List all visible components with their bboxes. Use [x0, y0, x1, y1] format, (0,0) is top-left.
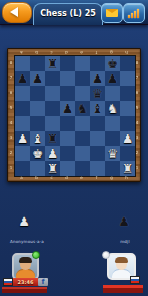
white-pawn[interactable]: ♟	[120, 131, 135, 146]
square-a1[interactable]	[15, 161, 30, 176]
white-bishop[interactable]: ♝	[30, 131, 45, 146]
square-h7[interactable]	[120, 71, 135, 86]
captured-tray-white: ♟	[14, 212, 34, 232]
square-e1[interactable]	[75, 161, 90, 176]
rank-label-7: 7	[8, 70, 14, 85]
rank-labels-left: 87654321	[8, 55, 14, 175]
square-a6[interactable]	[15, 86, 30, 101]
right-player-name: mdjl	[112, 239, 138, 244]
rank-label-5: 5	[8, 100, 14, 115]
square-h4[interactable]	[120, 116, 135, 131]
square-b3[interactable]: ♝	[30, 131, 45, 146]
square-c1[interactable]: ♜	[45, 161, 60, 176]
square-h6[interactable]	[120, 86, 135, 101]
black-pawn[interactable]: ♟	[105, 71, 120, 86]
square-c2[interactable]: ♟	[45, 146, 60, 161]
square-g2[interactable]: ♛	[105, 146, 120, 161]
bar-chart-icon	[128, 9, 139, 18]
captured-black-pawn: ♟	[114, 212, 134, 232]
rank-label-3: 3	[8, 130, 14, 145]
square-d2[interactable]	[60, 146, 75, 161]
black-pawn[interactable]: ♟	[15, 71, 30, 86]
rank-label-4: 4	[8, 115, 14, 130]
black-rook[interactable]: ♜	[45, 131, 60, 146]
square-g6[interactable]	[105, 86, 120, 101]
file-label-g: g	[104, 49, 119, 55]
square-e3[interactable]	[75, 131, 90, 146]
facebook-icon[interactable]: f	[38, 278, 48, 286]
captured-tray-black: ♟	[114, 212, 134, 232]
square-c3[interactable]: ♜	[45, 131, 60, 146]
file-label-b: b	[29, 49, 44, 55]
square-h1[interactable]: ♜	[120, 161, 135, 176]
square-e4[interactable]	[75, 116, 90, 131]
square-g3[interactable]	[105, 131, 120, 146]
left-player-online-dot	[32, 251, 40, 259]
rank-label-2: 2	[8, 145, 14, 160]
white-queen[interactable]: ♛	[105, 146, 120, 161]
app-screen: Chess (L) 25 abcdefgh abcdefgh 87654321 …	[0, 0, 148, 296]
right-avatar-face	[116, 259, 127, 270]
square-f6[interactable]: ♛	[90, 86, 105, 101]
left-avatar-face	[20, 259, 31, 270]
file-label-h: h	[119, 49, 134, 55]
stats-button[interactable]	[123, 3, 145, 23]
square-e7[interactable]	[75, 71, 90, 86]
square-g4[interactable]	[105, 116, 120, 131]
game-tab-label: Chess (L) 25	[40, 9, 96, 18]
black-pawn[interactable]: ♟	[30, 71, 45, 86]
square-d5[interactable]: ♟	[60, 101, 75, 116]
square-b8[interactable]	[30, 56, 45, 71]
left-player-name: Anonymous-a-a	[10, 239, 44, 244]
left-player-clock: 23:46	[13, 278, 38, 286]
square-b5[interactable]	[30, 101, 45, 116]
white-rook[interactable]: ♜	[120, 161, 135, 176]
square-g7[interactable]: ♟	[105, 71, 120, 86]
file-label-d: d	[59, 49, 74, 55]
square-f2[interactable]	[90, 146, 105, 161]
square-b2[interactable]: ♚	[30, 146, 45, 161]
square-h5[interactable]	[120, 101, 135, 116]
white-pawn[interactable]: ♟	[15, 131, 30, 146]
header-bar: Chess (L) 25	[0, 0, 148, 25]
square-d6[interactable]	[60, 86, 75, 101]
black-queen[interactable]: ♛	[90, 86, 105, 101]
square-f5[interactable]: ♝	[90, 101, 105, 116]
black-pawn[interactable]: ♟	[90, 71, 105, 86]
right-avatar-body	[112, 269, 131, 279]
white-pawn[interactable]: ♟	[45, 146, 60, 161]
messages-button[interactable]	[101, 3, 123, 23]
file-label-e: e	[74, 49, 89, 55]
square-e8[interactable]	[75, 56, 90, 71]
black-king[interactable]: ♚	[105, 56, 120, 71]
back-button[interactable]	[2, 2, 32, 23]
square-a7[interactable]: ♟	[15, 71, 30, 86]
file-label-f: f	[89, 49, 104, 55]
square-g1[interactable]	[105, 161, 120, 176]
black-pawn[interactable]: ♟	[60, 101, 75, 116]
square-h3[interactable]: ♟	[120, 131, 135, 146]
white-rook[interactable]: ♜	[45, 161, 60, 176]
square-a5[interactable]	[15, 101, 30, 116]
square-b6[interactable]	[30, 86, 45, 101]
square-f4[interactable]	[90, 116, 105, 131]
square-e6[interactable]	[75, 86, 90, 101]
right-player-time-bar	[103, 285, 143, 293]
square-d1[interactable]	[60, 161, 75, 176]
black-rook[interactable]: ♜	[45, 56, 60, 71]
black-bishop[interactable]: ♝	[90, 101, 105, 116]
square-d3[interactable]	[60, 131, 75, 146]
file-label-a: a	[14, 49, 29, 55]
rank-label-1: 1	[8, 160, 14, 175]
square-c6[interactable]	[45, 86, 60, 101]
white-knight[interactable]: ♞	[105, 101, 120, 116]
square-e5[interactable]: ♞	[75, 101, 90, 116]
rank-label-8: 8	[8, 55, 14, 70]
right-player-russia-flag-icon	[130, 276, 140, 284]
square-f3[interactable]	[90, 131, 105, 146]
square-f7[interactable]: ♟	[90, 71, 105, 86]
square-h2[interactable]	[120, 146, 135, 161]
white-king[interactable]: ♚	[30, 146, 45, 161]
square-c4[interactable]	[45, 116, 60, 131]
board-squares: ♜♚♟♟♟♟♛♟♞♝♞♟♝♜♟♚♟♛♜♜	[14, 55, 136, 177]
left-player-russia-flag-icon	[3, 278, 13, 286]
square-c5[interactable]	[45, 101, 60, 116]
square-e2[interactable]	[75, 146, 90, 161]
black-knight[interactable]: ♞	[75, 101, 90, 116]
square-d7[interactable]	[60, 71, 75, 86]
file-labels-top: abcdefgh	[14, 49, 134, 55]
rank-label-6: 6	[8, 85, 14, 100]
square-f8[interactable]	[90, 56, 105, 71]
square-a3[interactable]: ♟	[15, 131, 30, 146]
square-d4[interactable]	[60, 116, 75, 131]
envelope-icon	[106, 9, 118, 17]
square-c7[interactable]	[45, 71, 60, 86]
square-b1[interactable]	[30, 161, 45, 176]
captured-white-pawn: ♟	[14, 212, 34, 232]
chess-board: abcdefgh abcdefgh 87654321 87654321 ♜♚♟♟…	[7, 48, 141, 182]
game-tab[interactable]: Chess (L) 25	[33, 3, 103, 25]
square-b7[interactable]: ♟	[30, 71, 45, 86]
square-a2[interactable]	[15, 146, 30, 161]
square-a8[interactable]	[15, 56, 30, 71]
square-f1[interactable]	[90, 161, 105, 176]
left-player-time-bar	[2, 287, 47, 293]
square-g8[interactable]: ♚	[105, 56, 120, 71]
square-c8[interactable]: ♜	[45, 56, 60, 71]
square-g5[interactable]: ♞	[105, 101, 120, 116]
square-d8[interactable]	[60, 56, 75, 71]
square-b4[interactable]	[30, 116, 45, 131]
back-chevron-icon	[10, 7, 18, 17]
file-label-c: c	[44, 49, 59, 55]
right-player-online-dot	[102, 251, 110, 259]
square-h8[interactable]	[120, 56, 135, 71]
square-a4[interactable]	[15, 116, 30, 131]
